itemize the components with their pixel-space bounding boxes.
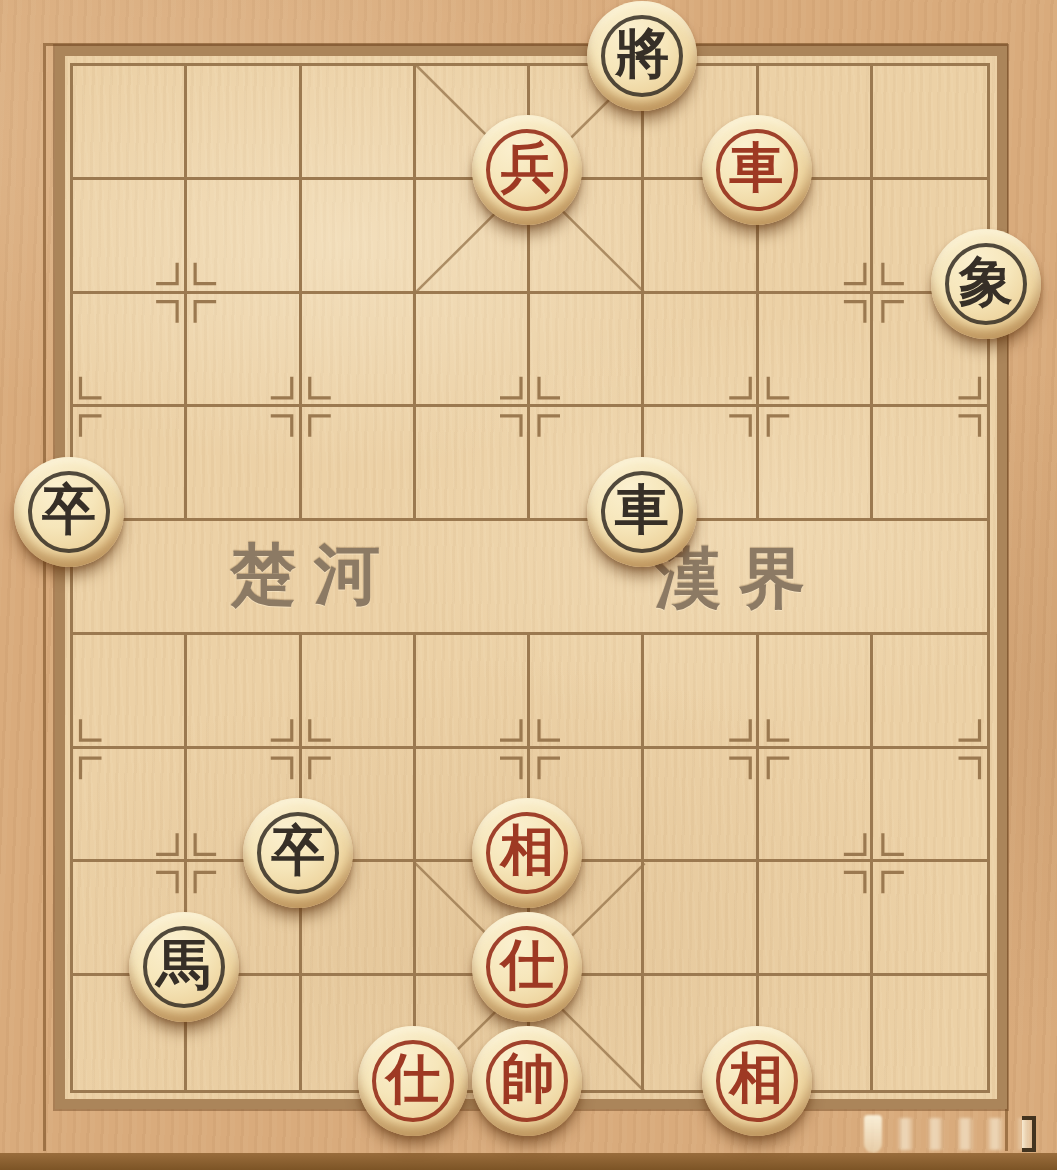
- board-line: [81, 416, 102, 437]
- board-line: [768, 416, 789, 437]
- watermark-bracket: [1022, 1116, 1036, 1152]
- piece-red-general[interactable]: 帥: [472, 1026, 582, 1136]
- watermark-bar: [864, 1115, 882, 1153]
- piece-glyph: 車: [702, 112, 812, 222]
- board-line: [539, 719, 560, 740]
- piece-glyph: 卒: [243, 795, 353, 905]
- board-line: [156, 833, 177, 854]
- board-line: [500, 719, 521, 740]
- board-line: [310, 758, 331, 779]
- board-line: [539, 377, 560, 398]
- board-line: [539, 416, 560, 437]
- board-line: [959, 719, 980, 740]
- xiangqi-app: 楚河 漢界 將兵車象卒車卒相馬仕仕帥相: [0, 0, 1057, 1170]
- board-line: [271, 719, 292, 740]
- board-line: [81, 377, 102, 398]
- board-line: [156, 302, 177, 323]
- board-line: [271, 377, 292, 398]
- piece-red-elephant-2[interactable]: 相: [702, 1026, 812, 1136]
- board-line: [195, 302, 216, 323]
- board-line: [844, 833, 865, 854]
- piece-red-soldier[interactable]: 兵: [472, 115, 582, 225]
- board-line: [271, 758, 292, 779]
- board-line: [271, 416, 292, 437]
- piece-glyph: 馬: [129, 909, 239, 1019]
- board-line: [729, 377, 750, 398]
- board-line: [844, 302, 865, 323]
- board-line: [883, 872, 904, 893]
- watermark-streaks: [890, 1118, 1022, 1150]
- piece-red-advisor[interactable]: 仕: [472, 912, 582, 1022]
- piece-glyph: 車: [587, 454, 697, 564]
- board-bottom-edge: [0, 1153, 1057, 1170]
- board-line: [310, 416, 331, 437]
- board-line: [883, 302, 904, 323]
- board-line: [729, 758, 750, 779]
- board-line: [883, 263, 904, 284]
- piece-glyph: 帥: [472, 1023, 582, 1133]
- piece-glyph: 將: [587, 0, 697, 108]
- river-label-chu-he: 楚河: [230, 541, 398, 607]
- board-line: [883, 833, 904, 854]
- piece-glyph: 仕: [472, 909, 582, 1019]
- piece-red-chariot[interactable]: 車: [702, 115, 812, 225]
- piece-black-horse[interactable]: 馬: [129, 912, 239, 1022]
- piece-black-elephant[interactable]: 象: [931, 229, 1041, 339]
- piece-black-soldier[interactable]: 卒: [14, 457, 124, 567]
- board-line: [500, 416, 521, 437]
- piece-glyph: 卒: [14, 454, 124, 564]
- board-line: [768, 377, 789, 398]
- board-line: [500, 377, 521, 398]
- board-line: [539, 758, 560, 779]
- watermark-artifact: [856, 1112, 1046, 1156]
- piece-black-general[interactable]: 將: [587, 1, 697, 111]
- board-line: [195, 263, 216, 284]
- board-line: [81, 719, 102, 740]
- board-line: [844, 872, 865, 893]
- board-line: [310, 377, 331, 398]
- board-line: [500, 758, 521, 779]
- piece-black-soldier[interactable]: 卒: [243, 798, 353, 908]
- board-line: [959, 758, 980, 779]
- piece-glyph: 象: [931, 226, 1041, 336]
- board-line: [959, 416, 980, 437]
- board-line: [768, 719, 789, 740]
- board-line: [310, 719, 331, 740]
- board-line: [156, 872, 177, 893]
- board-line: [729, 416, 750, 437]
- piece-glyph: 兵: [472, 112, 582, 222]
- piece-red-advisor-2[interactable]: 仕: [358, 1026, 468, 1136]
- piece-red-elephant[interactable]: 相: [472, 798, 582, 908]
- board-line: [195, 833, 216, 854]
- piece-glyph: 相: [472, 795, 582, 905]
- board-line: [844, 263, 865, 284]
- board-line: [729, 719, 750, 740]
- piece-glyph: 相: [702, 1023, 812, 1133]
- board-line: [156, 263, 177, 284]
- board-line: [81, 758, 102, 779]
- board-line: [195, 872, 216, 893]
- piece-black-chariot[interactable]: 車: [587, 457, 697, 567]
- board-line: [768, 758, 789, 779]
- board-line: [959, 377, 980, 398]
- piece-glyph: 仕: [358, 1023, 468, 1133]
